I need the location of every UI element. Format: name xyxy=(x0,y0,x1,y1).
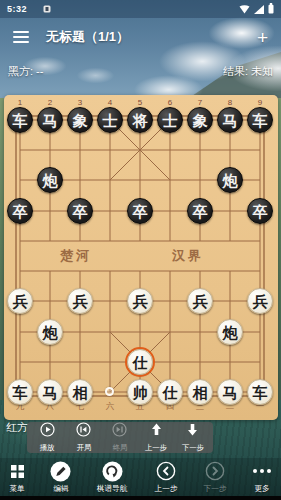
wifi-icon xyxy=(239,0,250,18)
piece-black-马[interactable]: 马 xyxy=(217,107,243,133)
piece-red-相[interactable]: 相 xyxy=(187,379,213,405)
piece-red-仕[interactable]: 仕 xyxy=(157,379,183,405)
edit-pencil-icon xyxy=(50,461,71,481)
skip-to-start-button[interactable]: 开局 xyxy=(66,422,101,453)
grid-menu-icon xyxy=(11,461,24,481)
play-button[interactable]: 播放 xyxy=(30,422,65,453)
skip-start-icon xyxy=(76,422,91,441)
piece-black-炮[interactable]: 炮 xyxy=(37,167,63,193)
nav-item-edit[interactable]: 编辑 xyxy=(50,461,71,494)
notification-icon xyxy=(43,5,51,13)
playback-toolbar: 播放 开局 终局 上一步 下一步 xyxy=(27,422,213,453)
step-forward-button[interactable]: 下一步 xyxy=(175,422,210,453)
xiangqi-board[interactable]: 楚河 汉界 123456789 九八七六五四三二一 车马象士将士象马车炮炮卒卒卒… xyxy=(4,95,278,420)
piece-black-卒[interactable]: 卒 xyxy=(187,198,213,224)
piece-red-兵[interactable]: 兵 xyxy=(187,288,213,314)
app-bar: 无标题（1/1） + xyxy=(0,18,281,56)
piece-red-兵[interactable]: 兵 xyxy=(7,288,33,314)
river-label-right: 汉界 xyxy=(172,247,204,265)
piece-black-卒[interactable]: 卒 xyxy=(67,198,93,224)
xiangqi-app-screen: 5:32 无标题（1/1） + 黑方: -- 结果: 未知 楚河 汉界 1234… xyxy=(0,0,281,500)
play-icon xyxy=(40,422,55,441)
piece-black-卒[interactable]: 卒 xyxy=(127,198,153,224)
red-player-label: 红方 xyxy=(6,420,28,435)
piece-black-象[interactable]: 象 xyxy=(67,107,93,133)
piece-red-马[interactable]: 马 xyxy=(217,379,243,405)
skip-to-end-button[interactable]: 终局 xyxy=(102,422,137,453)
arrow-down-icon xyxy=(185,422,200,441)
piece-red-兵[interactable]: 兵 xyxy=(247,288,273,314)
nav-item-menu[interactable]: 菜单 xyxy=(9,461,25,494)
black-player-label: 黑方: -- xyxy=(8,64,43,79)
file-label-top: 1 xyxy=(10,98,30,107)
result-label: 结果: 未知 xyxy=(223,64,273,79)
page-title: 无标题（1/1） xyxy=(46,28,129,46)
piece-red-相[interactable]: 相 xyxy=(67,379,93,405)
signal-icon xyxy=(254,0,264,18)
clock-time: 5:32 xyxy=(7,4,27,14)
arrow-up-icon xyxy=(149,422,164,441)
piece-red-车[interactable]: 车 xyxy=(7,379,33,405)
piece-red-车[interactable]: 车 xyxy=(247,379,273,405)
file-label-top: 8 xyxy=(220,98,240,107)
battery-icon xyxy=(268,0,274,18)
piece-black-将[interactable]: 将 xyxy=(127,107,153,133)
bottom-navigation: 菜单 编辑 棋谱导航 上一步 下一步 更多 xyxy=(0,458,281,497)
piece-black-卒[interactable]: 卒 xyxy=(7,198,33,224)
more-dots-icon xyxy=(252,461,272,481)
file-label-top: 4 xyxy=(100,98,120,107)
file-label-top: 6 xyxy=(160,98,180,107)
piece-red-炮[interactable]: 炮 xyxy=(37,319,63,345)
piece-red-马[interactable]: 马 xyxy=(37,379,63,405)
piece-red-兵[interactable]: 兵 xyxy=(67,288,93,314)
nav-item-record-navigation[interactable]: 棋谱导航 xyxy=(96,461,128,494)
game-info-row: 黑方: -- 结果: 未知 xyxy=(8,64,273,79)
bottom-black-strip xyxy=(0,496,281,500)
piece-black-士[interactable]: 士 xyxy=(157,107,183,133)
file-label-top: 2 xyxy=(40,98,60,107)
piece-red-兵[interactable]: 兵 xyxy=(127,288,153,314)
add-game-button[interactable]: + xyxy=(257,28,268,47)
chevron-right-icon xyxy=(205,461,225,481)
nav-item-previous-step[interactable]: 上一步 xyxy=(154,461,178,494)
last-move-origin-marker xyxy=(105,387,114,396)
piece-red-仕[interactable]: 仕 xyxy=(127,349,153,375)
piece-black-马[interactable]: 马 xyxy=(37,107,63,133)
nav-item-next-step[interactable]: 下一步 xyxy=(203,461,227,494)
river-label-left: 楚河 xyxy=(60,247,92,265)
file-label-bottom: 六 xyxy=(100,401,120,413)
step-back-button[interactable]: 上一步 xyxy=(139,422,174,453)
piece-black-卒[interactable]: 卒 xyxy=(247,198,273,224)
chess-record-nav-icon xyxy=(102,461,123,481)
piece-black-士[interactable]: 士 xyxy=(97,107,123,133)
piece-black-象[interactable]: 象 xyxy=(187,107,213,133)
piece-black-车[interactable]: 车 xyxy=(247,107,273,133)
piece-red-炮[interactable]: 炮 xyxy=(217,319,243,345)
piece-black-车[interactable]: 车 xyxy=(7,107,33,133)
piece-black-炮[interactable]: 炮 xyxy=(217,167,243,193)
nav-item-more[interactable]: 更多 xyxy=(252,461,272,494)
file-label-top: 7 xyxy=(190,98,210,107)
chevron-left-icon xyxy=(156,461,176,481)
piece-red-帅[interactable]: 帅 xyxy=(127,379,153,405)
hamburger-menu-icon[interactable] xyxy=(13,31,29,43)
skip-end-icon xyxy=(112,422,127,441)
file-label-top: 9 xyxy=(250,98,270,107)
file-label-top: 5 xyxy=(130,98,150,107)
file-label-top: 3 xyxy=(70,98,90,107)
status-bar: 5:32 xyxy=(0,0,281,18)
